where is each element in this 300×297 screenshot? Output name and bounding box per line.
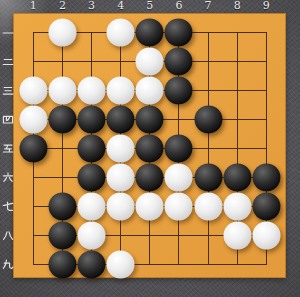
black-stone <box>48 105 76 133</box>
row-label-3 <box>1 84 14 97</box>
white-stone <box>78 221 106 249</box>
point-col8-row5[interactable] <box>223 134 252 163</box>
black-stone <box>223 163 251 191</box>
point-col5-row1[interactable] <box>135 18 164 47</box>
white-stone <box>78 76 106 104</box>
row-label-2 <box>1 55 14 68</box>
point-col3-row6[interactable] <box>77 163 106 192</box>
white-stone <box>107 192 135 220</box>
point-col4-row2[interactable] <box>106 47 135 76</box>
black-stone <box>78 134 106 162</box>
row-label-1 <box>1 26 14 39</box>
point-col3-row1[interactable] <box>77 18 106 47</box>
column-label-1: 1 <box>25 0 41 12</box>
point-col8-row4[interactable] <box>223 105 252 134</box>
point-col1-row3[interactable] <box>19 76 48 105</box>
row-label-9 <box>1 258 14 271</box>
point-col1-row2[interactable] <box>19 47 48 76</box>
kanji-numeral-icon <box>2 171 14 183</box>
point-col7-row1[interactable] <box>194 18 223 47</box>
point-col4-row3[interactable] <box>106 76 135 105</box>
column-label-9: 9 <box>258 0 274 12</box>
row-label-5 <box>1 142 14 155</box>
black-stone <box>136 134 164 162</box>
white-stone <box>107 250 135 278</box>
point-col9-row1[interactable] <box>252 18 281 47</box>
white-stone <box>107 163 135 191</box>
white-stone <box>48 18 76 46</box>
point-col6-row3[interactable] <box>164 76 193 105</box>
point-col7-row3[interactable] <box>194 76 223 105</box>
black-stone <box>107 105 135 133</box>
black-stone <box>194 105 222 133</box>
point-col3-row4[interactable] <box>77 105 106 134</box>
point-col9-row3[interactable] <box>252 76 281 105</box>
column-label-6: 6 <box>171 0 187 12</box>
column-label-2: 2 <box>54 0 70 12</box>
black-stone <box>136 18 164 46</box>
black-stone <box>165 76 193 104</box>
black-stone <box>78 163 106 191</box>
point-col9-row9[interactable] <box>252 250 281 279</box>
point-col1-row5[interactable] <box>19 134 48 163</box>
row-label-7 <box>1 200 14 213</box>
point-col2-row9[interactable] <box>48 250 77 279</box>
point-col6-row2[interactable] <box>164 47 193 76</box>
point-col5-row9[interactable] <box>135 250 164 279</box>
black-stone <box>136 163 164 191</box>
white-stone <box>107 18 135 46</box>
white-stone <box>136 192 164 220</box>
black-stone <box>78 105 106 133</box>
point-col4-row8[interactable] <box>106 221 135 250</box>
black-stone <box>165 134 193 162</box>
black-stone <box>252 163 280 191</box>
point-col4-row7[interactable] <box>106 192 135 221</box>
point-col7-row7[interactable] <box>194 192 223 221</box>
point-col6-row6[interactable] <box>164 163 193 192</box>
row-label-8 <box>1 229 14 242</box>
point-col5-row5[interactable] <box>135 134 164 163</box>
point-col2-row6[interactable] <box>48 163 77 192</box>
point-col5-row3[interactable] <box>135 76 164 105</box>
point-col1-row4[interactable] <box>19 105 48 134</box>
kanji-numeral-icon <box>2 142 14 154</box>
kanji-numeral-icon <box>2 113 14 125</box>
black-stone <box>78 250 106 278</box>
point-col2-row4[interactable] <box>48 105 77 134</box>
column-label-8: 8 <box>229 0 245 12</box>
point-col7-row6[interactable] <box>194 163 223 192</box>
point-col9-row2[interactable] <box>252 47 281 76</box>
point-col7-row4[interactable] <box>194 105 223 134</box>
point-col3-row8[interactable] <box>77 221 106 250</box>
point-col6-row7[interactable] <box>164 192 193 221</box>
point-col3-row3[interactable] <box>77 76 106 105</box>
point-col5-row2[interactable] <box>135 47 164 76</box>
black-stone <box>48 221 76 249</box>
white-stone <box>19 105 47 133</box>
point-col6-row1[interactable] <box>164 18 193 47</box>
point-col3-row2[interactable] <box>77 47 106 76</box>
white-stone <box>223 192 251 220</box>
point-col8-row3[interactable] <box>223 76 252 105</box>
point-col3-row7[interactable] <box>77 192 106 221</box>
point-col1-row1[interactable] <box>19 18 48 47</box>
kanji-numeral-icon <box>2 26 14 38</box>
point-col8-row1[interactable] <box>223 18 252 47</box>
go-game-screen: 123456789 <box>0 0 300 297</box>
point-col2-row8[interactable] <box>48 221 77 250</box>
point-col4-row5[interactable] <box>106 134 135 163</box>
black-stone <box>194 163 222 191</box>
white-stone <box>223 221 251 249</box>
point-col5-row6[interactable] <box>135 163 164 192</box>
white-stone <box>252 221 280 249</box>
point-col1-row7[interactable] <box>19 192 48 221</box>
point-col3-row5[interactable] <box>77 134 106 163</box>
white-stone <box>165 163 193 191</box>
point-col8-row6[interactable] <box>223 163 252 192</box>
kanji-numeral-icon <box>2 229 14 241</box>
point-col1-row6[interactable] <box>19 163 48 192</box>
point-col9-row6[interactable] <box>252 163 281 192</box>
white-stone <box>194 192 222 220</box>
black-stone <box>252 192 280 220</box>
point-col9-row5[interactable] <box>252 134 281 163</box>
point-col5-row4[interactable] <box>135 105 164 134</box>
point-col7-row9[interactable] <box>194 250 223 279</box>
black-stone <box>48 250 76 278</box>
point-col5-row8[interactable] <box>135 221 164 250</box>
point-col3-row9[interactable] <box>77 250 106 279</box>
white-stone <box>48 76 76 104</box>
black-stone <box>48 192 76 220</box>
black-stone <box>165 18 193 46</box>
column-label-4: 4 <box>113 0 129 12</box>
white-stone <box>19 76 47 104</box>
point-col6-row8[interactable] <box>164 221 193 250</box>
column-label-3: 3 <box>84 0 100 12</box>
point-col2-row7[interactable] <box>48 192 77 221</box>
point-col8-row7[interactable] <box>223 192 252 221</box>
point-col9-row7[interactable] <box>252 192 281 221</box>
point-col6-row4[interactable] <box>164 105 193 134</box>
point-col1-row9[interactable] <box>19 250 48 279</box>
white-stone <box>136 76 164 104</box>
white-stone <box>107 134 135 162</box>
kanji-numeral-icon <box>2 200 14 212</box>
kanji-numeral-icon <box>2 84 14 96</box>
point-col4-row6[interactable] <box>106 163 135 192</box>
point-col9-row4[interactable] <box>252 105 281 134</box>
point-col7-row5[interactable] <box>194 134 223 163</box>
kanji-numeral-icon <box>2 258 14 270</box>
black-stone <box>136 105 164 133</box>
white-stone <box>136 47 164 75</box>
point-col6-row9[interactable] <box>164 250 193 279</box>
point-col4-row4[interactable] <box>106 105 135 134</box>
point-col5-row7[interactable] <box>135 192 164 221</box>
point-col2-row1[interactable] <box>48 18 77 47</box>
point-col7-row8[interactable] <box>194 221 223 250</box>
white-stone <box>165 192 193 220</box>
point-col2-row3[interactable] <box>48 76 77 105</box>
point-col4-row9[interactable] <box>106 250 135 279</box>
white-stone <box>107 76 135 104</box>
row-label-6 <box>1 171 14 184</box>
point-col4-row1[interactable] <box>106 18 135 47</box>
black-stone <box>165 47 193 75</box>
column-label-5: 5 <box>142 0 158 12</box>
point-col7-row2[interactable] <box>194 47 223 76</box>
point-col2-row5[interactable] <box>48 134 77 163</box>
point-col9-row8[interactable] <box>252 221 281 250</box>
point-col8-row8[interactable] <box>223 221 252 250</box>
black-stone <box>19 134 47 162</box>
point-col8-row9[interactable] <box>223 250 252 279</box>
white-stone <box>78 192 106 220</box>
kanji-numeral-icon <box>2 55 14 67</box>
point-col8-row2[interactable] <box>223 47 252 76</box>
row-label-4 <box>1 113 14 126</box>
point-col6-row5[interactable] <box>164 134 193 163</box>
point-col2-row2[interactable] <box>48 47 77 76</box>
column-label-7: 7 <box>200 0 216 12</box>
point-col1-row8[interactable] <box>19 221 48 250</box>
